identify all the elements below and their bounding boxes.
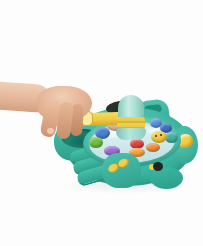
creature-eye <box>155 135 157 137</box>
bee-decoration <box>149 161 164 173</box>
bee-body <box>153 162 163 171</box>
hammer-head-top <box>118 95 144 119</box>
yellow-face-creature <box>151 131 167 143</box>
creature-eye <box>160 134 162 136</box>
product-photo-scene <box>0 0 203 246</box>
hammer-head-face <box>116 128 146 140</box>
orange-creature <box>146 143 160 152</box>
green-creature <box>89 137 103 148</box>
